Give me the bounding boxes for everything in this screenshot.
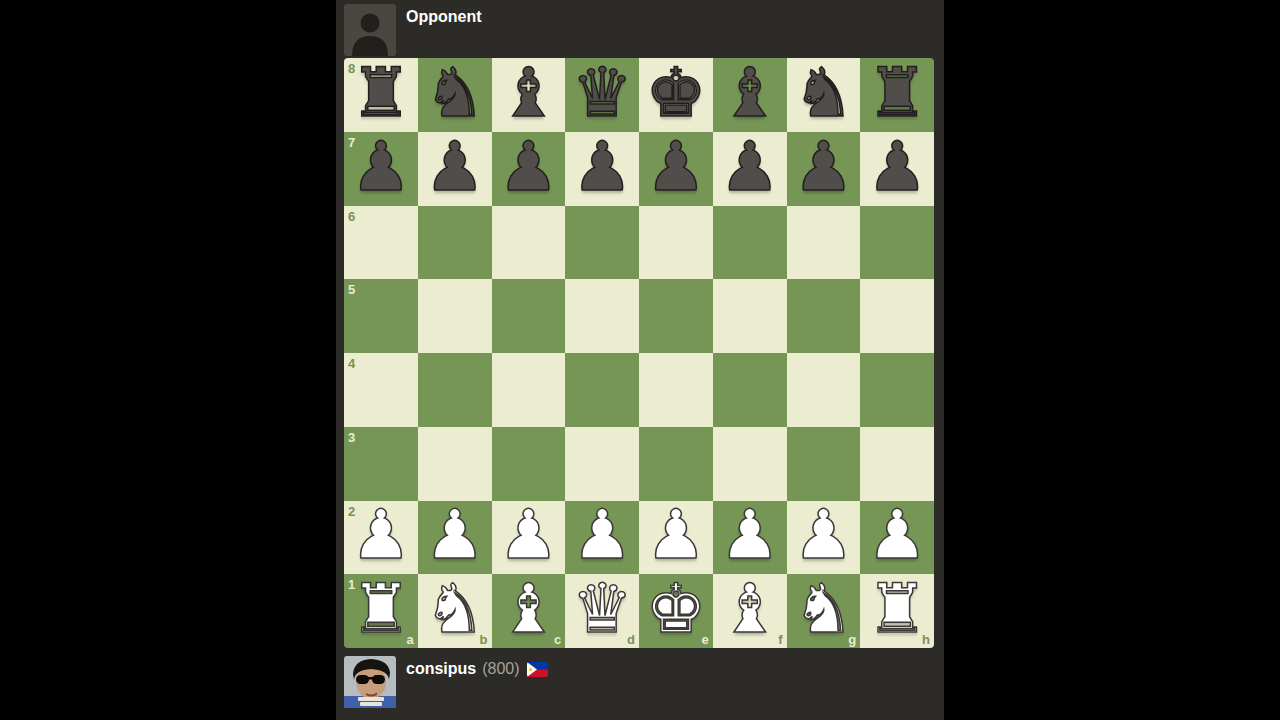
square-h4[interactable] [860, 353, 934, 427]
piece-black-pawn[interactable]: ♟ [498, 133, 559, 201]
square-d2[interactable]: ♟ [565, 501, 639, 575]
square-a1[interactable]: 1a♜ [344, 574, 418, 648]
game-panel: Opponent 8♜♞♝♛♚♝♞♜7♟♟♟♟♟♟♟♟65432♟♟♟♟♟♟♟♟… [336, 0, 944, 720]
square-a4[interactable]: 4 [344, 353, 418, 427]
piece-white-knight[interactable]: ♞ [793, 575, 854, 643]
square-b6[interactable] [418, 206, 492, 280]
square-d5[interactable] [565, 279, 639, 353]
square-f1[interactable]: f♝ [713, 574, 787, 648]
piece-white-pawn[interactable]: ♟ [350, 501, 411, 569]
piece-black-rook[interactable]: ♜ [867, 59, 928, 127]
piece-white-rook[interactable]: ♜ [867, 575, 928, 643]
square-c4[interactable] [492, 353, 566, 427]
square-f7[interactable]: ♟ [713, 132, 787, 206]
square-g3[interactable] [787, 427, 861, 501]
square-e1[interactable]: e♚ [639, 574, 713, 648]
square-d1[interactable]: d♛ [565, 574, 639, 648]
square-h2[interactable]: ♟ [860, 501, 934, 575]
piece-white-queen[interactable]: ♛ [572, 575, 633, 643]
piece-white-bishop[interactable]: ♝ [498, 575, 559, 643]
piece-white-pawn[interactable]: ♟ [867, 501, 928, 569]
square-h6[interactable] [860, 206, 934, 280]
square-h1[interactable]: h♜ [860, 574, 934, 648]
chess-board[interactable]: 8♜♞♝♛♚♝♞♜7♟♟♟♟♟♟♟♟65432♟♟♟♟♟♟♟♟1a♜b♞c♝d♛… [344, 58, 934, 648]
square-e7[interactable]: ♟ [639, 132, 713, 206]
square-h8[interactable]: ♜ [860, 58, 934, 132]
piece-white-pawn[interactable]: ♟ [424, 501, 485, 569]
square-c3[interactable] [492, 427, 566, 501]
piece-black-pawn[interactable]: ♟ [719, 133, 780, 201]
square-b2[interactable]: ♟ [418, 501, 492, 575]
square-c5[interactable] [492, 279, 566, 353]
square-f3[interactable] [713, 427, 787, 501]
rank-label-4: 4 [348, 357, 355, 370]
player-avatar[interactable] [344, 656, 396, 708]
square-d6[interactable] [565, 206, 639, 280]
square-b4[interactable] [418, 353, 492, 427]
piece-white-pawn[interactable]: ♟ [719, 501, 780, 569]
square-a8[interactable]: 8♜ [344, 58, 418, 132]
square-a7[interactable]: 7♟ [344, 132, 418, 206]
player-rating: (800) [482, 660, 519, 678]
square-g7[interactable]: ♟ [787, 132, 861, 206]
square-f8[interactable]: ♝ [713, 58, 787, 132]
piece-black-pawn[interactable]: ♟ [645, 133, 706, 201]
square-e5[interactable] [639, 279, 713, 353]
square-e2[interactable]: ♟ [639, 501, 713, 575]
rank-label-5: 5 [348, 283, 355, 296]
player-photo-avatar [344, 656, 396, 708]
square-e6[interactable] [639, 206, 713, 280]
square-d8[interactable]: ♛ [565, 58, 639, 132]
square-f5[interactable] [713, 279, 787, 353]
square-b1[interactable]: b♞ [418, 574, 492, 648]
player-name[interactable]: consipus [406, 660, 476, 678]
square-c1[interactable]: c♝ [492, 574, 566, 648]
piece-white-bishop[interactable]: ♝ [719, 575, 780, 643]
piece-black-bishop[interactable]: ♝ [719, 59, 780, 127]
piece-black-king[interactable]: ♚ [645, 59, 706, 127]
square-d3[interactable] [565, 427, 639, 501]
square-a6[interactable]: 6 [344, 206, 418, 280]
opponent-avatar[interactable] [344, 4, 396, 56]
square-c6[interactable] [492, 206, 566, 280]
square-b5[interactable] [418, 279, 492, 353]
player-bar: consipus (800) [344, 656, 548, 708]
piece-black-bishop[interactable]: ♝ [498, 59, 559, 127]
square-d7[interactable]: ♟ [565, 132, 639, 206]
piece-white-knight[interactable]: ♞ [424, 575, 485, 643]
square-f2[interactable]: ♟ [713, 501, 787, 575]
piece-white-pawn[interactable]: ♟ [793, 501, 854, 569]
piece-black-queen[interactable]: ♛ [572, 59, 633, 127]
square-d4[interactable] [565, 353, 639, 427]
square-a5[interactable]: 5 [344, 279, 418, 353]
silhouette-avatar-icon [344, 4, 396, 56]
piece-black-pawn[interactable]: ♟ [793, 133, 854, 201]
square-a2[interactable]: 2♟ [344, 501, 418, 575]
square-g2[interactable]: ♟ [787, 501, 861, 575]
square-c7[interactable]: ♟ [492, 132, 566, 206]
square-g5[interactable] [787, 279, 861, 353]
square-h3[interactable] [860, 427, 934, 501]
square-g4[interactable] [787, 353, 861, 427]
piece-white-pawn[interactable]: ♟ [572, 501, 633, 569]
square-g8[interactable]: ♞ [787, 58, 861, 132]
piece-black-pawn[interactable]: ♟ [350, 133, 411, 201]
square-f6[interactable] [713, 206, 787, 280]
rank-label-6: 6 [348, 210, 355, 223]
square-b8[interactable]: ♞ [418, 58, 492, 132]
square-e8[interactable]: ♚ [639, 58, 713, 132]
piece-white-pawn[interactable]: ♟ [498, 501, 559, 569]
piece-white-rook[interactable]: ♜ [350, 575, 411, 643]
square-h5[interactable] [860, 279, 934, 353]
square-g1[interactable]: g♞ [787, 574, 861, 648]
square-e4[interactable] [639, 353, 713, 427]
philippines-flag-icon [527, 662, 548, 677]
square-c2[interactable]: ♟ [492, 501, 566, 575]
square-a3[interactable]: 3 [344, 427, 418, 501]
piece-white-king[interactable]: ♚ [645, 575, 706, 643]
square-e3[interactable] [639, 427, 713, 501]
piece-black-rook[interactable]: ♜ [350, 59, 411, 127]
square-f4[interactable] [713, 353, 787, 427]
piece-black-knight[interactable]: ♞ [793, 59, 854, 127]
piece-white-pawn[interactable]: ♟ [645, 501, 706, 569]
piece-black-pawn[interactable]: ♟ [867, 133, 928, 201]
opponent-player-bar: Opponent [344, 4, 482, 56]
piece-black-pawn[interactable]: ♟ [424, 133, 485, 201]
opponent-name[interactable]: Opponent [406, 8, 482, 26]
rank-label-3: 3 [348, 431, 355, 444]
square-g6[interactable] [787, 206, 861, 280]
square-h7[interactable]: ♟ [860, 132, 934, 206]
square-b3[interactable] [418, 427, 492, 501]
piece-black-pawn[interactable]: ♟ [572, 133, 633, 201]
square-b7[interactable]: ♟ [418, 132, 492, 206]
piece-black-knight[interactable]: ♞ [424, 59, 485, 127]
square-c8[interactable]: ♝ [492, 58, 566, 132]
